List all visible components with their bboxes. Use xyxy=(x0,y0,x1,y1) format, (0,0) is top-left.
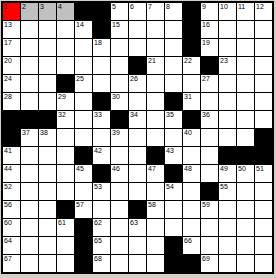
cell-r5c8[interactable]: 26 xyxy=(129,75,146,92)
crossword-board: 1234567891011121314151617181920212223242… xyxy=(1,1,274,274)
cell-r5c3[interactable] xyxy=(39,75,56,92)
cell-r11c6[interactable]: 53 xyxy=(93,183,110,200)
black-cell-r6c10 xyxy=(165,93,182,110)
cell-r3c5[interactable] xyxy=(75,39,92,56)
cell-r10c15[interactable]: 51 xyxy=(255,165,272,182)
cell-r11c11[interactable] xyxy=(183,183,200,200)
cell-r2c13[interactable] xyxy=(219,21,236,38)
cell-r15c1[interactable]: 67 xyxy=(3,255,20,272)
cell-r10c7[interactable]: 46 xyxy=(111,165,128,182)
cell-r9c4[interactable] xyxy=(57,147,74,164)
clue-number-42: 42 xyxy=(94,147,102,155)
clue-number-31: 31 xyxy=(184,93,192,101)
clue-number-53: 53 xyxy=(94,183,102,191)
cell-r3c10[interactable] xyxy=(165,39,182,56)
cell-r12c15[interactable] xyxy=(255,201,272,218)
cell-r2c10[interactable] xyxy=(165,21,182,38)
cell-r1c15[interactable]: 12 xyxy=(255,3,272,20)
clue-number-69: 69 xyxy=(202,255,210,263)
cell-r9c12[interactable] xyxy=(201,147,218,164)
clue-number-64: 64 xyxy=(4,237,12,245)
cell-r15c12[interactable]: 69 xyxy=(201,255,218,272)
cell-r7c5[interactable] xyxy=(75,111,92,128)
black-cell-r7c1 xyxy=(3,111,20,128)
clue-number-46: 46 xyxy=(112,165,120,173)
cell-r12c1[interactable]: 56 xyxy=(3,201,20,218)
clue-number-9: 9 xyxy=(202,3,206,11)
clue-number-5: 5 xyxy=(112,3,116,11)
black-cell-r15c10 xyxy=(165,255,182,272)
clue-number-29: 29 xyxy=(58,93,66,101)
clue-number-14: 14 xyxy=(76,21,84,29)
cell-r14c9[interactable] xyxy=(147,237,164,254)
active-word-cell-r1c3[interactable]: 3 xyxy=(39,3,56,20)
cell-r15c3[interactable] xyxy=(39,255,56,272)
clue-number-66: 66 xyxy=(184,237,192,245)
clue-number-18: 18 xyxy=(94,39,102,47)
cell-r6c7[interactable]: 30 xyxy=(111,93,128,110)
cell-r13c2[interactable] xyxy=(21,219,38,236)
cell-r13c15[interactable] xyxy=(255,219,272,236)
cell-r13c12[interactable] xyxy=(201,219,218,236)
cell-r11c9[interactable] xyxy=(147,183,164,200)
cell-r5c10[interactable] xyxy=(165,75,182,92)
cell-r8c4[interactable] xyxy=(57,129,74,146)
cell-r11c15[interactable] xyxy=(255,183,272,200)
cell-r4c15[interactable] xyxy=(255,57,272,74)
cell-r4c3[interactable] xyxy=(39,57,56,74)
cell-r12c12[interactable]: 59 xyxy=(201,201,218,218)
cell-r13c3[interactable] xyxy=(39,219,56,236)
cell-r2c14[interactable] xyxy=(237,21,254,38)
cell-r14c13[interactable] xyxy=(219,237,236,254)
cell-r12c3[interactable] xyxy=(39,201,56,218)
cell-r7c9[interactable] xyxy=(147,111,164,128)
cell-r14c7[interactable] xyxy=(111,237,128,254)
cell-r2c5[interactable]: 14 xyxy=(75,21,92,38)
black-cell-r2c11 xyxy=(183,21,200,38)
cell-r2c7[interactable]: 15 xyxy=(111,21,128,38)
cell-r6c11[interactable]: 31 xyxy=(183,93,200,110)
black-cell-r9c9 xyxy=(147,147,164,164)
cell-r12c5[interactable]: 57 xyxy=(75,201,92,218)
cell-r11c10[interactable]: 54 xyxy=(165,183,182,200)
cell-r12c6[interactable] xyxy=(93,201,110,218)
cell-r11c14[interactable] xyxy=(237,183,254,200)
clue-number-38: 38 xyxy=(40,129,48,137)
cell-r7c14[interactable] xyxy=(237,111,254,128)
clue-number-2: 2 xyxy=(22,3,26,11)
cell-r12c10[interactable] xyxy=(165,201,182,218)
cell-r12c7[interactable] xyxy=(111,201,128,218)
clue-number-15: 15 xyxy=(112,21,120,29)
clue-number-10: 10 xyxy=(220,3,228,11)
clue-number-41: 41 xyxy=(4,147,12,155)
cell-r5c1[interactable]: 24 xyxy=(3,75,20,92)
cell-r1c12[interactable]: 9 xyxy=(201,3,218,20)
cell-r7c15[interactable] xyxy=(255,111,272,128)
clue-number-62: 62 xyxy=(94,219,102,227)
cell-r14c6[interactable]: 65 xyxy=(93,237,110,254)
clue-number-37: 37 xyxy=(22,129,30,137)
cell-r2c8[interactable] xyxy=(129,21,146,38)
clue-number-28: 28 xyxy=(4,93,12,101)
cell-r2c2[interactable] xyxy=(21,21,38,38)
cell-r13c6[interactable]: 62 xyxy=(93,219,110,236)
clue-number-51: 51 xyxy=(256,165,264,173)
clue-number-11: 11 xyxy=(238,3,245,11)
clue-number-32: 32 xyxy=(58,111,66,119)
clue-number-60: 60 xyxy=(4,219,12,227)
cell-r15c14[interactable] xyxy=(237,255,254,272)
cell-r14c12[interactable] xyxy=(201,237,218,254)
cell-r4c14[interactable] xyxy=(237,57,254,74)
clue-number-13: 13 xyxy=(4,21,12,29)
black-cell-r7c2 xyxy=(21,111,38,128)
cell-r5c2[interactable] xyxy=(21,75,38,92)
clue-number-61: 61 xyxy=(58,219,66,227)
cell-r1c13[interactable]: 10 xyxy=(219,3,236,20)
cell-r3c8[interactable] xyxy=(129,39,146,56)
black-cell-r9c15 xyxy=(255,147,272,164)
cell-r8c12[interactable] xyxy=(201,129,218,146)
cell-r4c9[interactable]: 21 xyxy=(147,57,164,74)
cell-r6c1[interactable]: 28 xyxy=(3,93,20,110)
cell-r14c8[interactable] xyxy=(129,237,146,254)
cell-r1c14[interactable]: 11 xyxy=(237,3,254,20)
cell-r12c13[interactable] xyxy=(219,201,236,218)
black-cell-r1c5 xyxy=(75,3,92,20)
clue-number-57: 57 xyxy=(76,201,84,209)
black-cell-r7c3 xyxy=(39,111,56,128)
cell-r8c5[interactable] xyxy=(75,129,92,146)
active-cell-r1c1[interactable]: 1 xyxy=(3,3,20,20)
cell-r7c4[interactable]: 32 xyxy=(57,111,74,128)
cell-r13c1[interactable]: 60 xyxy=(3,219,20,236)
cell-r9c10[interactable]: 43 xyxy=(165,147,182,164)
cell-r15c13[interactable] xyxy=(219,255,236,272)
clue-number-33: 33 xyxy=(94,111,102,119)
cell-r7c12[interactable]: 36 xyxy=(201,111,218,128)
cell-r4c6[interactable] xyxy=(93,57,110,74)
black-cell-r10c6 xyxy=(93,165,110,182)
cell-r7c6[interactable]: 33 xyxy=(93,111,110,128)
cell-r8c2[interactable]: 37 xyxy=(21,129,38,146)
clue-number-12: 12 xyxy=(256,3,264,11)
black-cell-r4c12 xyxy=(201,57,218,74)
clue-number-24: 24 xyxy=(4,75,12,83)
black-cell-r5c4 xyxy=(57,75,74,92)
clue-number-30: 30 xyxy=(112,93,120,101)
cell-r10c2[interactable] xyxy=(21,165,38,182)
clue-number-7: 7 xyxy=(148,3,152,11)
cell-r9c6[interactable]: 42 xyxy=(93,147,110,164)
cell-r4c11[interactable]: 22 xyxy=(183,57,200,74)
cell-r8c9[interactable] xyxy=(147,129,164,146)
cell-r6c12[interactable] xyxy=(201,93,218,110)
cell-r1c7[interactable]: 5 xyxy=(111,3,128,20)
cell-r5c7[interactable] xyxy=(111,75,128,92)
black-cell-r8c15 xyxy=(255,129,272,146)
cell-r6c3[interactable] xyxy=(39,93,56,110)
cell-r4c10[interactable] xyxy=(165,57,182,74)
cell-r11c13[interactable]: 55 xyxy=(219,183,236,200)
cell-r3c1[interactable]: 17 xyxy=(3,39,20,56)
black-cell-r10c10 xyxy=(165,165,182,182)
clue-number-36: 36 xyxy=(202,111,210,119)
cell-r9c2[interactable] xyxy=(21,147,38,164)
clue-number-58: 58 xyxy=(148,201,156,209)
black-cell-r9c13 xyxy=(219,147,236,164)
cell-r2c3[interactable] xyxy=(39,21,56,38)
cell-r3c12[interactable]: 19 xyxy=(201,39,218,56)
cell-r3c14[interactable] xyxy=(237,39,254,56)
cell-r11c3[interactable] xyxy=(39,183,56,200)
clue-number-55: 55 xyxy=(220,183,228,191)
clue-number-22: 22 xyxy=(184,57,192,65)
cell-r8c13[interactable] xyxy=(219,129,236,146)
cell-r2c9[interactable] xyxy=(147,21,164,38)
cell-r5c15[interactable] xyxy=(255,75,272,92)
clue-number-47: 47 xyxy=(148,165,156,173)
black-cell-r13c5 xyxy=(75,219,92,236)
cell-r8c6[interactable] xyxy=(93,129,110,146)
cell-r7c13[interactable] xyxy=(219,111,236,128)
black-cell-r15c5 xyxy=(75,255,92,272)
cell-r11c5[interactable] xyxy=(75,183,92,200)
clue-number-50: 50 xyxy=(238,165,246,173)
cell-r5c5[interactable]: 25 xyxy=(75,75,92,92)
clue-number-35: 35 xyxy=(166,111,174,119)
cell-r14c4[interactable] xyxy=(57,237,74,254)
black-cell-r3c11 xyxy=(183,39,200,56)
active-word-cell-r1c2[interactable]: 2 xyxy=(21,3,38,20)
cell-r3c4[interactable] xyxy=(57,39,74,56)
cell-r14c1[interactable]: 64 xyxy=(3,237,20,254)
black-cell-r11c12 xyxy=(201,183,218,200)
clue-number-4: 4 xyxy=(58,3,62,11)
cell-r3c13[interactable] xyxy=(219,39,236,56)
cell-r3c2[interactable] xyxy=(21,39,38,56)
black-cell-r1c6 xyxy=(93,3,110,20)
cell-r13c11[interactable] xyxy=(183,219,200,236)
cell-r5c14[interactable] xyxy=(237,75,254,92)
clue-number-6: 6 xyxy=(130,3,134,11)
cell-r3c3[interactable] xyxy=(39,39,56,56)
clue-number-45: 45 xyxy=(76,165,84,173)
cell-r14c15[interactable] xyxy=(255,237,272,254)
cell-r8c11[interactable]: 40 xyxy=(183,129,200,146)
cell-r10c5[interactable]: 45 xyxy=(75,165,92,182)
clue-number-40: 40 xyxy=(184,129,192,137)
cell-r6c14[interactable] xyxy=(237,93,254,110)
cell-r6c15[interactable] xyxy=(255,93,272,110)
black-cell-r4c8 xyxy=(129,57,146,74)
cell-r9c3[interactable] xyxy=(39,147,56,164)
cell-r15c4[interactable] xyxy=(57,255,74,272)
clue-number-52: 52 xyxy=(4,183,12,191)
black-cell-r7c11 xyxy=(183,111,200,128)
cell-r9c7[interactable] xyxy=(111,147,128,164)
cell-r11c1[interactable]: 52 xyxy=(3,183,20,200)
cell-r9c8[interactable] xyxy=(129,147,146,164)
cell-r10c14[interactable]: 50 xyxy=(237,165,254,182)
cell-r12c11[interactable] xyxy=(183,201,200,218)
clue-number-48: 48 xyxy=(184,165,192,173)
cell-r8c14[interactable] xyxy=(237,129,254,146)
cell-r8c3[interactable]: 38 xyxy=(39,129,56,146)
cell-r12c2[interactable] xyxy=(21,201,38,218)
black-cell-r1c11 xyxy=(183,3,200,20)
black-cell-r15c11 xyxy=(183,255,200,272)
cell-r8c8[interactable] xyxy=(129,129,146,146)
cell-r7c10[interactable]: 35 xyxy=(165,111,182,128)
cell-r10c8[interactable] xyxy=(129,165,146,182)
cell-r11c8[interactable] xyxy=(129,183,146,200)
black-cell-r6c6 xyxy=(93,93,110,110)
cell-r11c7[interactable] xyxy=(111,183,128,200)
cell-r15c2[interactable] xyxy=(21,255,38,272)
black-cell-r12c8 xyxy=(129,201,146,218)
clue-number-65: 65 xyxy=(94,237,102,245)
cell-r6c13[interactable] xyxy=(219,93,236,110)
cell-r4c4[interactable] xyxy=(57,57,74,74)
cell-r12c14[interactable] xyxy=(237,201,254,218)
clue-number-23: 23 xyxy=(220,57,228,65)
clue-number-63: 63 xyxy=(130,219,138,227)
cell-r7c8[interactable]: 34 xyxy=(129,111,146,128)
cell-r10c3[interactable] xyxy=(39,165,56,182)
clue-number-43: 43 xyxy=(166,147,174,155)
cell-r10c9[interactable]: 47 xyxy=(147,165,164,182)
cell-r4c5[interactable] xyxy=(75,57,92,74)
cell-r1c9[interactable]: 7 xyxy=(147,3,164,20)
active-word-cell-r1c4[interactable]: 4 xyxy=(57,3,74,20)
cell-r3c7[interactable] xyxy=(111,39,128,56)
cell-r2c1[interactable]: 13 xyxy=(3,21,20,38)
clue-number-59: 59 xyxy=(202,201,210,209)
cell-r2c4[interactable] xyxy=(57,21,74,38)
clue-number-1: 1 xyxy=(4,3,8,11)
cell-r5c11[interactable] xyxy=(183,75,200,92)
cell-r2c12[interactable]: 16 xyxy=(201,21,218,38)
black-cell-r14c5 xyxy=(75,237,92,254)
cell-r13c8[interactable]: 63 xyxy=(129,219,146,236)
cell-r15c9[interactable] xyxy=(147,255,164,272)
black-cell-r14c10 xyxy=(165,237,182,254)
cell-r14c14[interactable] xyxy=(237,237,254,254)
black-cell-r8c1 xyxy=(3,129,20,146)
black-cell-r9c14 xyxy=(237,147,254,164)
clue-number-67: 67 xyxy=(4,255,12,263)
cell-r4c2[interactable] xyxy=(21,57,38,74)
cell-r4c13[interactable]: 23 xyxy=(219,57,236,74)
clue-number-68: 68 xyxy=(94,255,102,263)
black-cell-r12c4 xyxy=(57,201,74,218)
cell-r10c1[interactable]: 44 xyxy=(3,165,20,182)
cell-r5c13[interactable] xyxy=(219,75,236,92)
cell-r8c10[interactable] xyxy=(165,129,182,146)
cell-r4c1[interactable]: 20 xyxy=(3,57,20,74)
black-cell-r7c7 xyxy=(111,111,128,128)
cell-r5c12[interactable]: 27 xyxy=(201,75,218,92)
cell-r11c2[interactable] xyxy=(21,183,38,200)
cell-r15c6[interactable]: 68 xyxy=(93,255,110,272)
clue-number-54: 54 xyxy=(166,183,174,191)
cell-r13c9[interactable] xyxy=(147,219,164,236)
clue-number-25: 25 xyxy=(76,75,84,83)
cell-r15c8[interactable] xyxy=(129,255,146,272)
cell-r5c9[interactable] xyxy=(147,75,164,92)
cell-r5c6[interactable] xyxy=(93,75,110,92)
cell-r6c9[interactable] xyxy=(147,93,164,110)
cell-r9c11[interactable] xyxy=(183,147,200,164)
clue-number-20: 20 xyxy=(4,57,12,65)
cell-r11c4[interactable] xyxy=(57,183,74,200)
clue-number-39: 39 xyxy=(112,129,120,137)
cell-r13c7[interactable] xyxy=(111,219,128,236)
clue-number-17: 17 xyxy=(4,39,12,47)
cell-r3c9[interactable] xyxy=(147,39,164,56)
clue-number-16: 16 xyxy=(202,21,210,29)
cell-r6c4[interactable]: 29 xyxy=(57,93,74,110)
clue-number-44: 44 xyxy=(4,165,12,173)
cell-r14c3[interactable] xyxy=(39,237,56,254)
cell-r10c4[interactable] xyxy=(57,165,74,182)
cell-r9c1[interactable]: 41 xyxy=(3,147,20,164)
clue-number-49: 49 xyxy=(220,165,228,173)
cell-r3c15[interactable] xyxy=(255,39,272,56)
cell-r15c7[interactable] xyxy=(111,255,128,272)
cell-r15c15[interactable] xyxy=(255,255,272,272)
cell-r2c15[interactable] xyxy=(255,21,272,38)
cell-r4c7[interactable] xyxy=(111,57,128,74)
clue-number-3: 3 xyxy=(40,3,44,11)
cell-r13c10[interactable] xyxy=(165,219,182,236)
clue-number-27: 27 xyxy=(202,75,210,83)
clue-number-19: 19 xyxy=(202,39,210,47)
cell-r8c7[interactable]: 39 xyxy=(111,129,128,146)
cell-r1c8[interactable]: 6 xyxy=(129,3,146,20)
clue-number-34: 34 xyxy=(130,111,138,119)
cell-r3c6[interactable]: 18 xyxy=(93,39,110,56)
cell-r1c10[interactable]: 8 xyxy=(165,3,182,20)
cell-r6c2[interactable] xyxy=(21,93,38,110)
cell-r6c8[interactable] xyxy=(129,93,146,110)
cell-r12c9[interactable]: 58 xyxy=(147,201,164,218)
cell-r10c13[interactable]: 49 xyxy=(219,165,236,182)
black-cell-r2c6 xyxy=(93,21,110,38)
clue-number-8: 8 xyxy=(166,3,170,11)
cell-r14c2[interactable] xyxy=(21,237,38,254)
cell-r6c5[interactable] xyxy=(75,93,92,110)
clue-number-26: 26 xyxy=(130,75,138,83)
cell-r10c11[interactable]: 48 xyxy=(183,165,200,182)
clue-number-21: 21 xyxy=(148,57,156,65)
cell-r10c12[interactable] xyxy=(201,165,218,182)
cell-r13c4[interactable]: 61 xyxy=(57,219,74,236)
clue-number-56: 56 xyxy=(4,201,12,209)
cell-r13c14[interactable] xyxy=(237,219,254,236)
cell-r13c13[interactable] xyxy=(219,219,236,236)
black-cell-r9c5 xyxy=(75,147,92,164)
cell-r14c11[interactable]: 66 xyxy=(183,237,200,254)
